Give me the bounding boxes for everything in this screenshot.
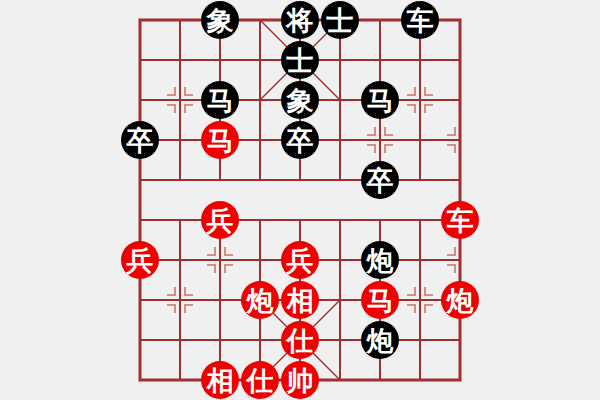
piece-red-horse[interactable]: 马	[201, 121, 239, 159]
piece-red-advisor[interactable]: 仕	[241, 361, 279, 399]
piece-black-soldier[interactable]: 卒	[361, 161, 399, 199]
piece-black-cannon[interactable]: 炮	[361, 241, 399, 279]
piece-red-elephant[interactable]: 相	[201, 361, 239, 399]
piece-black-horse[interactable]: 马	[201, 81, 239, 119]
piece-red-chariot[interactable]: 车	[441, 201, 479, 239]
piece-red-soldier[interactable]: 兵	[201, 201, 239, 239]
piece-black-elephant[interactable]: 象	[281, 81, 319, 119]
xiangqi-app: 象将士车士马象马卒马卒卒兵车兵兵炮炮相马炮仕炮相仕帅	[0, 0, 600, 400]
piece-black-advisor[interactable]: 士	[281, 41, 319, 79]
piece-black-cannon[interactable]: 炮	[361, 321, 399, 359]
piece-black-soldier[interactable]: 卒	[121, 121, 159, 159]
piece-red-cannon[interactable]: 炮	[441, 281, 479, 319]
piece-red-elephant[interactable]: 相	[281, 281, 319, 319]
piece-black-advisor[interactable]: 士	[321, 1, 359, 39]
piece-red-cannon[interactable]: 炮	[241, 281, 279, 319]
piece-red-general[interactable]: 帅	[281, 361, 319, 399]
piece-black-elephant[interactable]: 象	[201, 1, 239, 39]
piece-red-soldier[interactable]: 兵	[281, 241, 319, 279]
piece-black-general[interactable]: 将	[281, 1, 319, 39]
piece-red-advisor[interactable]: 仕	[281, 321, 319, 359]
piece-black-soldier[interactable]: 卒	[281, 121, 319, 159]
piece-black-horse[interactable]: 马	[361, 81, 399, 119]
piece-red-soldier[interactable]: 兵	[121, 241, 159, 279]
piece-red-horse[interactable]: 马	[361, 281, 399, 319]
piece-black-chariot[interactable]: 车	[401, 1, 439, 39]
